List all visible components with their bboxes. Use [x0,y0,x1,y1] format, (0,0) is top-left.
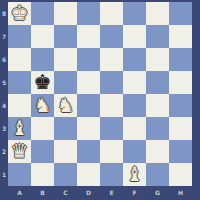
square-a3[interactable]: ♝ [8,117,31,140]
white-king-piece[interactable]: ♚ [8,2,31,25]
black-king-piece[interactable]: ♚ [31,71,54,94]
file-label-g: G [146,187,169,200]
square-c7[interactable] [54,25,77,48]
square-f7[interactable] [123,25,146,48]
file-label-d: D [77,187,100,200]
square-e5[interactable] [100,71,123,94]
file-label-e: E [100,187,123,200]
square-g8[interactable] [146,2,169,25]
chess-board-frame: ♚♚♞♞♝♛♝ 87654321 ABCDEFGH [0,0,200,200]
white-bishop-piece[interactable]: ♝ [8,117,31,140]
square-f1[interactable]: ♝ [123,163,146,186]
rank-label-8: 8 [0,2,8,25]
square-h3[interactable] [169,117,192,140]
square-a5[interactable] [8,71,31,94]
square-d3[interactable] [77,117,100,140]
square-h1[interactable] [169,163,192,186]
board-grid: ♚♚♞♞♝♛♝ [8,2,192,186]
square-e6[interactable] [100,48,123,71]
square-d5[interactable] [77,71,100,94]
square-f5[interactable] [123,71,146,94]
square-h2[interactable] [169,140,192,163]
square-b2[interactable] [31,140,54,163]
square-e4[interactable] [100,94,123,117]
square-g5[interactable] [146,71,169,94]
square-c1[interactable] [54,163,77,186]
square-a6[interactable] [8,48,31,71]
square-f3[interactable] [123,117,146,140]
square-e7[interactable] [100,25,123,48]
square-g6[interactable] [146,48,169,71]
square-a8[interactable]: ♚ [8,2,31,25]
file-label-c: C [54,187,77,200]
square-f8[interactable] [123,2,146,25]
white-knight-piece[interactable]: ♞ [54,94,77,117]
square-c2[interactable] [54,140,77,163]
square-c6[interactable] [54,48,77,71]
rank-label-7: 7 [0,25,8,48]
square-d4[interactable] [77,94,100,117]
square-d8[interactable] [77,2,100,25]
square-a7[interactable] [8,25,31,48]
square-b4[interactable]: ♞ [31,94,54,117]
square-c5[interactable] [54,71,77,94]
square-e3[interactable] [100,117,123,140]
square-f4[interactable] [123,94,146,117]
square-b6[interactable] [31,48,54,71]
square-c8[interactable] [54,2,77,25]
square-a2[interactable]: ♛ [8,140,31,163]
square-h5[interactable] [169,71,192,94]
square-h4[interactable] [169,94,192,117]
square-h6[interactable] [169,48,192,71]
rank-coordinates: 87654321 [0,2,8,186]
square-e2[interactable] [100,140,123,163]
rank-label-3: 3 [0,117,8,140]
square-b3[interactable] [31,117,54,140]
square-g1[interactable] [146,163,169,186]
file-label-a: A [8,187,31,200]
rank-label-6: 6 [0,48,8,71]
square-f6[interactable] [123,48,146,71]
square-b5[interactable]: ♚ [31,71,54,94]
square-d6[interactable] [77,48,100,71]
file-label-f: F [123,187,146,200]
square-b7[interactable] [31,25,54,48]
square-d2[interactable] [77,140,100,163]
white-queen-piece[interactable]: ♛ [8,140,31,163]
square-h8[interactable] [169,2,192,25]
square-d7[interactable] [77,25,100,48]
square-g7[interactable] [146,25,169,48]
square-c3[interactable] [54,117,77,140]
square-e8[interactable] [100,2,123,25]
white-bishop-piece[interactable]: ♝ [123,163,146,186]
file-label-h: H [169,187,192,200]
rank-label-2: 2 [0,140,8,163]
file-label-b: B [31,187,54,200]
square-b1[interactable] [31,163,54,186]
square-c4[interactable]: ♞ [54,94,77,117]
square-a4[interactable] [8,94,31,117]
square-g2[interactable] [146,140,169,163]
square-b8[interactable] [31,2,54,25]
rank-label-4: 4 [0,94,8,117]
rank-label-5: 5 [0,71,8,94]
square-e1[interactable] [100,163,123,186]
file-coordinates: ABCDEFGH [8,187,192,200]
square-h7[interactable] [169,25,192,48]
square-f2[interactable] [123,140,146,163]
square-d1[interactable] [77,163,100,186]
square-g4[interactable] [146,94,169,117]
square-a1[interactable] [8,163,31,186]
square-g3[interactable] [146,117,169,140]
rank-label-1: 1 [0,163,8,186]
white-knight-piece[interactable]: ♞ [31,94,54,117]
